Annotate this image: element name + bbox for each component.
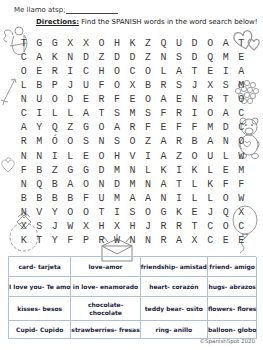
grid-cell: E <box>218 234 234 248</box>
grid-cell: R <box>171 220 187 234</box>
grid-cell: O <box>63 135 79 149</box>
grid-cell: I <box>32 107 48 121</box>
grid-cell: C <box>233 220 249 234</box>
grid-cell: U <box>94 191 110 205</box>
grid-cell: L <box>63 107 79 121</box>
directions-text: Find the SPANISH words in the word searc… <box>81 18 257 26</box>
grid-cell: D <box>218 121 234 135</box>
grid-cell: W <box>109 234 125 248</box>
grid-cell: L <box>156 64 172 78</box>
grid-cell: X <box>202 78 218 92</box>
grid-cell: O <box>140 206 156 220</box>
grid-cell: A <box>32 50 48 64</box>
grid-cell: L <box>202 191 218 205</box>
grid-cell: Q <box>156 36 172 50</box>
grid-cell: A <box>156 93 172 107</box>
grid-cell: A <box>63 177 79 191</box>
grid-cell: K <box>171 206 187 220</box>
word-bank-cell: friendship- amistad <box>141 257 208 277</box>
grid-cell: X <box>78 36 94 50</box>
grid-cell: J <box>47 220 63 234</box>
grid-cell: H <box>94 220 110 234</box>
grid-cell: B <box>16 191 32 205</box>
grid-cell: W <box>233 191 249 205</box>
word-bank-cell: ring- anillo <box>141 321 208 339</box>
grid-cell: N <box>140 177 156 191</box>
grid-cell: N <box>16 206 32 220</box>
grid-cell: Q <box>218 206 234 220</box>
grid-cell: O <box>47 93 63 107</box>
grid-cell: J <box>202 206 218 220</box>
grid-cell: S <box>109 135 125 149</box>
name-label: Me llamo <box>14 6 46 14</box>
grid-cell: Z <box>140 36 156 50</box>
word-bank-cell: love-amor <box>71 257 140 277</box>
grid-cell: X <box>63 36 79 50</box>
grid-cell: O <box>78 206 94 220</box>
grid-cell: B <box>32 191 48 205</box>
grid-cell: H <box>125 220 141 234</box>
grid-cell: Q <box>47 121 63 135</box>
grid-cell: G <box>78 163 94 177</box>
grid-cell: E <box>78 93 94 107</box>
grid-cell: D <box>78 50 94 64</box>
grid-cell: N <box>32 149 48 163</box>
grid-cell: C <box>125 64 141 78</box>
grid-cell: C <box>16 50 32 64</box>
grid-cell: J <box>187 78 203 92</box>
grid-cell: S <box>78 135 94 149</box>
grid-cell: E <box>202 64 218 78</box>
grid-cell: A <box>156 177 172 191</box>
grid-cell: R <box>16 135 32 149</box>
worksheet-page: Me llamo atsp; Directions: Find the SPAN… <box>0 0 263 350</box>
word-bank-cell: flowers- flores <box>208 297 257 321</box>
grid-cell: A <box>171 64 187 78</box>
grid-cell: W <box>63 220 79 234</box>
grid-cell: M <box>125 107 141 121</box>
grid-cell: X <box>187 234 203 248</box>
grid-cell: D <box>109 50 125 64</box>
grid-cell: C <box>16 107 32 121</box>
grid-cell: F <box>171 121 187 135</box>
grid-cell: U <box>171 36 187 50</box>
word-bank-cell: hugs- abrazos <box>208 277 257 297</box>
directions-label: Directions: <box>36 18 79 26</box>
word-bank-cell: balloon- globo <box>208 321 257 339</box>
grid-cell: G <box>63 163 79 177</box>
grid-cell: N <box>187 93 203 107</box>
grid-cell: H <box>94 64 110 78</box>
grid-cell: C <box>233 121 249 135</box>
grid-cell: S <box>125 206 141 220</box>
grid-cell: A <box>78 107 94 121</box>
grid-cell: O <box>140 93 156 107</box>
grid-cell: E <box>171 93 187 107</box>
grid-cell: F <box>156 107 172 121</box>
grid-cell: F <box>16 163 32 177</box>
grid-cell: N <box>16 149 32 163</box>
grid-cell: A <box>202 135 218 149</box>
grid-cell: T <box>187 64 203 78</box>
grid-cell: H <box>109 36 125 50</box>
grid-cell: K <box>202 177 218 191</box>
grid-cell: O <box>125 135 141 149</box>
grid-cell: F <box>78 191 94 205</box>
grid-cell: D <box>187 36 203 50</box>
grid-cell: O <box>140 64 156 78</box>
grid-cell: N <box>125 163 141 177</box>
grid-cell: I <box>47 149 63 163</box>
word-bank-cell: friend- amigo <box>208 257 257 277</box>
grid-cell: R <box>156 234 172 248</box>
word-bank-cell: chocolate- chocolate <box>71 297 140 321</box>
grid-cell: L <box>63 149 79 163</box>
grid-cell: F <box>218 177 234 191</box>
grid-cell: S <box>32 220 48 234</box>
grid-cell: R <box>156 220 172 234</box>
grid-cell: R <box>156 78 172 92</box>
grid-cell: N <box>16 93 32 107</box>
grid-cell: A <box>156 135 172 149</box>
grid-cell: E <box>78 149 94 163</box>
grid-cell: Z <box>94 50 110 64</box>
grid-cell: B <box>32 163 48 177</box>
grid-cell: I <box>171 163 187 177</box>
grid-cell: M <box>218 50 234 64</box>
grid-cell: I <box>187 107 203 121</box>
grid-cell: K <box>187 163 203 177</box>
grid-cell: O <box>202 107 218 121</box>
grid-cell: L <box>218 149 234 163</box>
grid-cell: O <box>78 177 94 191</box>
grid-cell: E <box>218 163 234 177</box>
grid-cell: A <box>140 191 156 205</box>
copyright: ©SpanishSpot 2020 <box>200 338 255 344</box>
grid-cell: S <box>171 50 187 64</box>
grid-cell: B <box>140 78 156 92</box>
grid-cell: N <box>156 191 172 205</box>
grid-cell: P <box>78 234 94 248</box>
grid-cell: C <box>202 220 218 234</box>
grid-cell: Z <box>47 163 63 177</box>
grid-cell: O <box>16 64 32 78</box>
grid-cell: D <box>187 50 203 64</box>
grid-cell: C <box>202 234 218 248</box>
grid-cell: A <box>16 121 32 135</box>
grid-cell: F <box>140 121 156 135</box>
grid-cell: V <box>125 149 141 163</box>
grid-cell: D <box>109 177 125 191</box>
grid-cell: R <box>202 93 218 107</box>
grid-cell: I <box>171 191 187 205</box>
name-line: Me llamo atsp; <box>14 5 118 14</box>
grid-cell: P <box>47 78 63 92</box>
directions: Directions: Find the SPANISH words in th… <box>36 18 258 26</box>
word-bank-cell: kisses- besos <box>9 297 71 321</box>
grid-cell: O <box>109 78 125 92</box>
grid-cell: S <box>218 78 234 92</box>
grid-cell: Z <box>140 135 156 149</box>
grid-cell: T <box>16 36 32 50</box>
grid-cell: N <box>125 234 141 248</box>
grid-cell: T <box>32 234 48 248</box>
grid-cell: A <box>233 64 249 78</box>
grid-cell: N <box>16 177 32 191</box>
grid-cell: X <box>233 206 249 220</box>
grid-cell: B <box>47 191 63 205</box>
grid-cell: B <box>63 191 79 205</box>
grid-cell: Q <box>32 177 48 191</box>
grid-cell: B <box>187 135 203 149</box>
grid-cell: Z <box>63 121 79 135</box>
grid-cell: F <box>187 121 203 135</box>
grid-cell: C <box>233 107 249 121</box>
grid-cell: M <box>32 135 48 149</box>
grid-cell: T <box>233 36 249 50</box>
grid-cell: A <box>156 149 172 163</box>
grid-cell: R <box>47 64 63 78</box>
grid-cell: O <box>94 149 110 163</box>
grid-cell: E <box>233 50 249 64</box>
grid-cell: E <box>187 206 203 220</box>
grid-cell: N <box>94 135 110 149</box>
grid-cell: Q <box>202 50 218 64</box>
grid-cell: R <box>171 135 187 149</box>
word-search-grid: TGGXXOHKZQUDOATCAKNDZDDZNSDQMEOERICHOCOL… <box>16 36 249 248</box>
grid-cell: O <box>187 149 203 163</box>
grid-cell: J <box>140 220 156 234</box>
grid-cell: O <box>233 135 249 149</box>
grid-cell: N <box>156 50 172 64</box>
word-bank-cell: Cupid- Cupido <box>9 321 71 339</box>
grid-cell: V <box>32 206 48 220</box>
grid-cell: C <box>78 64 94 78</box>
grid-cell: E <box>156 121 172 135</box>
grid-cell: N <box>140 234 156 248</box>
grid-cell: O <box>94 36 110 50</box>
grid-cell: A <box>125 191 141 205</box>
grid-cell: J <box>63 78 79 92</box>
grid-cell: F <box>63 234 79 248</box>
grid-cell: T <box>94 107 110 121</box>
grid-cell: D <box>63 93 79 107</box>
grid-cell: T <box>171 177 187 191</box>
grid-cell: B <box>32 78 48 92</box>
grid-cell: L <box>16 78 32 92</box>
grid-cell: R <box>125 121 141 135</box>
grid-cell: F <box>94 78 110 92</box>
grid-cell: M <box>109 163 125 177</box>
grid-cell: Y <box>47 206 63 220</box>
grid-cell: A <box>218 36 234 50</box>
grid-cell: O <box>202 36 218 50</box>
grid-cell: O <box>233 93 249 107</box>
grid-cell: M <box>109 191 125 205</box>
grid-cell: K <box>156 163 172 177</box>
grid-cell: I <box>63 64 79 78</box>
grid-cell: N <box>218 135 234 149</box>
grid-cell: S <box>140 107 156 121</box>
grid-cell: K <box>47 50 63 64</box>
grid-cell: I <box>218 64 234 78</box>
grid-cell: U <box>78 78 94 92</box>
grid-cell: X <box>125 78 141 92</box>
grid-cell: X <box>109 220 125 234</box>
grid-cell: M <box>125 177 141 191</box>
grid-cell: L <box>202 163 218 177</box>
grid-cell: A <box>109 121 125 135</box>
heart-doodle-icon <box>0 151 16 181</box>
grid-cell: X <box>16 220 32 234</box>
grid-cell: E <box>233 234 249 248</box>
grid-cell: I <box>140 149 156 163</box>
grid-cell: H <box>109 149 125 163</box>
grid-cell: A <box>171 234 187 248</box>
grid-cell: F <box>109 93 125 107</box>
grid-cell: O <box>109 64 125 78</box>
word-bank-cell: heart- corazón <box>141 277 208 297</box>
grid-cell: R <box>171 107 187 121</box>
grid-cell: T <box>218 93 234 107</box>
grid-cell: Y <box>32 121 48 135</box>
grid-cell: Ó <box>47 135 63 149</box>
grid-cell: Z <box>171 149 187 163</box>
grid-cell: R <box>94 93 110 107</box>
grid-cell: G <box>78 121 94 135</box>
grid-cell: N <box>94 177 110 191</box>
grid-cell: D <box>94 163 110 177</box>
grid-cell: A <box>218 107 234 121</box>
grid-cell: M <box>233 163 249 177</box>
grid-cell: M <box>233 78 249 92</box>
grid-cell: O <box>63 206 79 220</box>
grid-cell: K <box>16 234 32 248</box>
grid-cell: E <box>32 64 48 78</box>
grid-cell: L <box>140 163 156 177</box>
grid-cell: B <box>47 177 63 191</box>
grid-cell: S <box>109 107 125 121</box>
grid-cell: F <box>233 177 249 191</box>
word-bank-cell: strawberries- fresas <box>71 321 140 339</box>
grid-cell: G <box>47 36 63 50</box>
grid-cell: L <box>47 107 63 121</box>
word-bank-cell: in love- enamorado <box>71 277 140 297</box>
grid-cell: I <box>109 206 125 220</box>
grid-cell: X <box>78 220 94 234</box>
grid-cell: Z <box>140 50 156 64</box>
grid-cell: U <box>32 93 48 107</box>
word-bank-cell: I love you- Te amo <box>9 277 71 297</box>
grid-cell: L <box>187 177 203 191</box>
grid-cell: G <box>32 36 48 50</box>
grid-cell: G <box>156 206 172 220</box>
grid-cell: U <box>202 149 218 163</box>
word-bank: card- tarjetalove-amorfriendship- amista… <box>8 256 256 339</box>
grid-cell: S <box>171 78 187 92</box>
grid-cell: L <box>187 191 203 205</box>
grid-cell: T <box>187 220 203 234</box>
grid-cell: T <box>94 206 110 220</box>
grid-cell: Y <box>47 234 63 248</box>
grid-cell: O <box>218 220 234 234</box>
grid-cell: O <box>94 121 110 135</box>
grid-cell: D <box>125 50 141 64</box>
grid-cell: O <box>218 191 234 205</box>
word-bank-cell: card- tarjeta <box>9 257 71 277</box>
name-blank-field <box>66 5 118 14</box>
grid-cell: N <box>63 50 79 64</box>
word-bank-cell: teddy bear- osito <box>141 297 208 321</box>
grid-cell: W <box>233 149 249 163</box>
grid-cell: R <box>94 234 110 248</box>
grid-cell: E <box>125 93 141 107</box>
grid-cell: M <box>202 121 218 135</box>
grid-cell: K <box>125 36 141 50</box>
